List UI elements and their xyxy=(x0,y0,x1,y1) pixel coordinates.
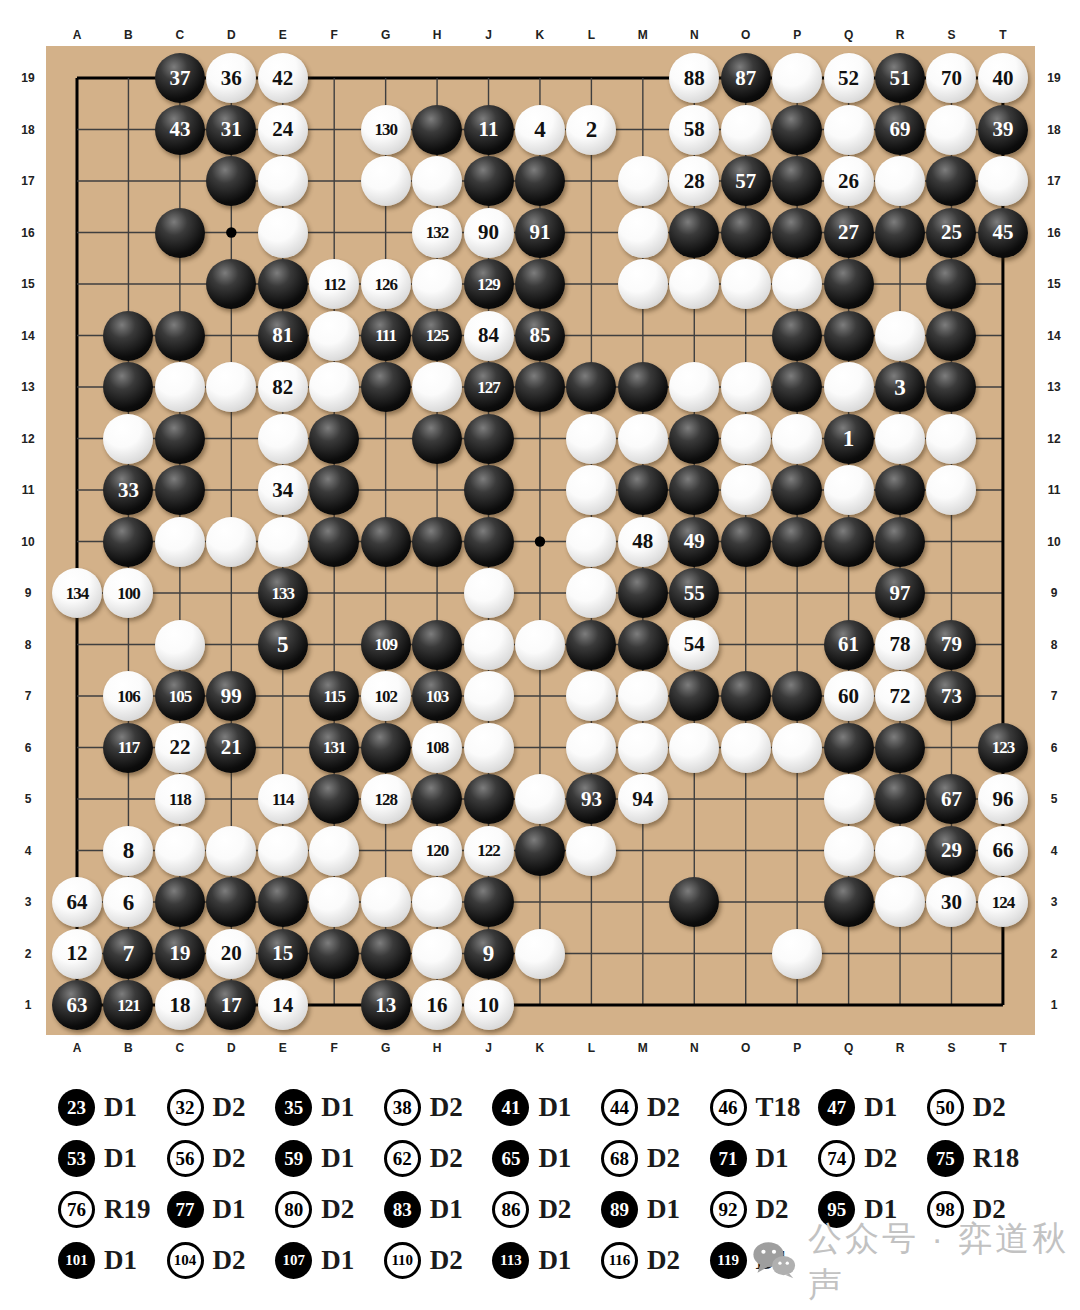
stone-O6 xyxy=(721,723,771,773)
move-number: 93 xyxy=(581,789,602,810)
move-number: 63 xyxy=(67,995,88,1016)
move-number: 120 xyxy=(426,842,449,859)
row-label-right-17: 17 xyxy=(1047,174,1060,188)
move-number: 118 xyxy=(169,791,191,808)
stone-E3 xyxy=(258,877,308,927)
move-number: 79 xyxy=(941,634,962,655)
row-label-left-1: 1 xyxy=(25,998,32,1012)
stone-R8: 78 xyxy=(875,620,925,670)
stone-E18: 24 xyxy=(258,105,308,155)
stone-O19: 87 xyxy=(721,53,771,103)
caption-entry-move-47: 47D1 xyxy=(818,1089,927,1126)
move-number: 61 xyxy=(838,634,859,655)
stone-P7 xyxy=(772,671,822,721)
stone-C6: 22 xyxy=(155,723,205,773)
stone-N7 xyxy=(669,671,719,721)
black-stone-glyph: 113 xyxy=(492,1242,529,1279)
caption-point-label: D1 xyxy=(104,1245,137,1276)
caption-entry-move-74: 74D2 xyxy=(818,1140,927,1177)
move-number: 60 xyxy=(838,686,859,707)
stone-F7: 115 xyxy=(309,671,359,721)
caption-point-label: D1 xyxy=(321,1092,354,1123)
stone-D7: 99 xyxy=(206,671,256,721)
col-label-top-J: J xyxy=(485,28,492,42)
move-number: 11 xyxy=(479,119,499,140)
stone-O15 xyxy=(721,259,771,309)
row-label-right-3: 3 xyxy=(1051,895,1058,909)
col-label-top-S: S xyxy=(947,28,955,42)
black-stone-glyph: 41 xyxy=(492,1089,529,1126)
caption-point-label: D2 xyxy=(213,1143,246,1174)
stone-E5: 114 xyxy=(258,774,308,824)
move-number: 115 xyxy=(323,688,345,705)
move-number: 114 xyxy=(272,791,294,808)
col-label-bottom-M: M xyxy=(638,1041,648,1055)
stone-J18: 11 xyxy=(464,105,514,155)
move-number: 39 xyxy=(992,119,1013,140)
col-label-top-D: D xyxy=(227,28,236,42)
move-number: 17 xyxy=(221,995,242,1016)
stone-N15 xyxy=(669,259,719,309)
stone-L4 xyxy=(566,826,616,876)
stone-A1: 63 xyxy=(52,980,102,1030)
stone-M13 xyxy=(618,362,668,412)
stone-J11 xyxy=(464,465,514,515)
stone-L12 xyxy=(566,414,616,464)
white-stone-glyph: 110 xyxy=(384,1242,421,1279)
white-stone-glyph: 56 xyxy=(167,1140,204,1177)
col-label-bottom-A: A xyxy=(73,1041,82,1055)
stone-B4: 8 xyxy=(103,826,153,876)
stone-J7 xyxy=(464,671,514,721)
stone-T3: 124 xyxy=(978,877,1028,927)
stone-B2: 7 xyxy=(103,929,153,979)
caption-point-label: D2 xyxy=(538,1194,571,1225)
col-label-bottom-L: L xyxy=(588,1041,595,1055)
col-label-top-B: B xyxy=(124,28,133,42)
col-label-top-A: A xyxy=(73,28,82,42)
stone-J6 xyxy=(464,723,514,773)
stone-P16 xyxy=(772,208,822,258)
stone-E16 xyxy=(258,208,308,258)
stone-E1: 14 xyxy=(258,980,308,1030)
stone-R10 xyxy=(875,517,925,567)
row-label-right-13: 13 xyxy=(1047,380,1060,394)
caption-entry-move-65: 65D1 xyxy=(492,1140,601,1177)
move-number: 52 xyxy=(838,68,859,89)
stone-O16 xyxy=(721,208,771,258)
stone-D3 xyxy=(206,877,256,927)
row-label-right-15: 15 xyxy=(1047,277,1060,291)
stone-K4 xyxy=(515,826,565,876)
stone-Q4 xyxy=(824,826,874,876)
move-number: 96 xyxy=(992,789,1013,810)
stone-D4 xyxy=(206,826,256,876)
stone-J2: 9 xyxy=(464,929,514,979)
move-number: 73 xyxy=(941,686,962,707)
move-number: 134 xyxy=(66,585,89,602)
stone-P6 xyxy=(772,723,822,773)
col-label-bottom-N: N xyxy=(690,1041,699,1055)
move-number: 121 xyxy=(117,997,140,1014)
caption-entry-move-62: 62D2 xyxy=(384,1140,493,1177)
move-number: 25 xyxy=(941,222,962,243)
col-label-bottom-T: T xyxy=(999,1041,1006,1055)
move-number: 94 xyxy=(632,789,653,810)
stone-B14 xyxy=(103,311,153,361)
black-stone-glyph: 59 xyxy=(275,1140,312,1177)
stone-E12 xyxy=(258,414,308,464)
caption-point-label: D1 xyxy=(104,1092,137,1123)
stone-G7: 102 xyxy=(361,671,411,721)
white-stone-glyph: 38 xyxy=(384,1089,421,1126)
caption-point-label: D2 xyxy=(430,1245,463,1276)
stone-T4: 66 xyxy=(978,826,1028,876)
stone-P19 xyxy=(772,53,822,103)
stone-D18: 31 xyxy=(206,105,256,155)
white-stone-glyph: 46 xyxy=(710,1089,747,1126)
col-label-top-L: L xyxy=(588,28,595,42)
caption-point-label: D2 xyxy=(647,1143,680,1174)
stone-M16 xyxy=(618,208,668,258)
caption-point-label: D1 xyxy=(647,1194,680,1225)
col-label-bottom-F: F xyxy=(331,1041,338,1055)
row-label-left-18: 18 xyxy=(21,123,34,137)
col-label-bottom-J: J xyxy=(485,1041,492,1055)
stone-C2: 19 xyxy=(155,929,205,979)
stone-H5 xyxy=(412,774,462,824)
row-label-left-9: 9 xyxy=(25,586,32,600)
move-number: 133 xyxy=(272,585,295,602)
stone-H15 xyxy=(412,259,462,309)
stone-K18: 4 xyxy=(515,105,565,155)
black-stone-glyph: 75 xyxy=(927,1140,964,1177)
stone-N18: 58 xyxy=(669,105,719,155)
watermark-text: 公众号 · 弈道秋声 xyxy=(808,1216,1080,1308)
move-number: 12 xyxy=(67,943,88,964)
star-point xyxy=(535,536,545,546)
move-number: 30 xyxy=(941,892,962,913)
stone-E9: 133 xyxy=(258,568,308,618)
move-number: 99 xyxy=(221,686,242,707)
stone-H17 xyxy=(412,156,462,206)
caption-entry-move-44: 44D2 xyxy=(601,1089,710,1126)
move-number: 126 xyxy=(374,276,397,293)
move-number: 88 xyxy=(684,68,705,89)
stone-S12 xyxy=(926,414,976,464)
stone-F6: 131 xyxy=(309,723,359,773)
stone-J16: 90 xyxy=(464,208,514,258)
row-label-right-8: 8 xyxy=(1051,638,1058,652)
stone-D13 xyxy=(206,362,256,412)
caption-entry-move-89: 89D1 xyxy=(601,1191,710,1228)
row-label-right-12: 12 xyxy=(1047,432,1060,446)
stone-P10 xyxy=(772,517,822,567)
stone-E10 xyxy=(258,517,308,567)
caption-entry-move-92: 92D2 xyxy=(710,1191,819,1228)
move-number: 131 xyxy=(323,739,346,756)
stone-K16: 91 xyxy=(515,208,565,258)
stone-C7: 105 xyxy=(155,671,205,721)
move-number: 103 xyxy=(426,688,449,705)
stone-H13 xyxy=(412,362,462,412)
stone-Q14 xyxy=(824,311,874,361)
stone-G3 xyxy=(361,877,411,927)
stone-F10 xyxy=(309,517,359,567)
stone-C1: 18 xyxy=(155,980,205,1030)
stone-N8: 54 xyxy=(669,620,719,670)
stone-J12 xyxy=(464,414,514,464)
stone-D1: 17 xyxy=(206,980,256,1030)
stone-J14: 84 xyxy=(464,311,514,361)
caption-entry-move-83: 83D1 xyxy=(384,1191,493,1228)
caption-entry-move-110: 110D2 xyxy=(384,1242,493,1279)
stone-N10: 49 xyxy=(669,517,719,567)
caption-point-label: D2 xyxy=(973,1092,1006,1123)
col-label-bottom-R: R xyxy=(896,1041,905,1055)
stone-R11 xyxy=(875,465,925,515)
stone-E19: 42 xyxy=(258,53,308,103)
stone-M12 xyxy=(618,414,668,464)
stone-B6: 117 xyxy=(103,723,153,773)
stone-Q15 xyxy=(824,259,874,309)
stone-C12 xyxy=(155,414,205,464)
caption-entry-move-50: 50D2 xyxy=(927,1089,1036,1126)
caption-point-label: D2 xyxy=(213,1092,246,1123)
caption-point-label: D1 xyxy=(104,1143,137,1174)
move-number: 26 xyxy=(838,171,859,192)
stone-P13 xyxy=(772,362,822,412)
stone-R19: 51 xyxy=(875,53,925,103)
move-number: 82 xyxy=(272,377,293,398)
black-stone-glyph: 77 xyxy=(167,1191,204,1228)
star-point xyxy=(226,227,236,237)
move-number: 18 xyxy=(169,995,190,1016)
stone-O10 xyxy=(721,517,771,567)
white-stone-glyph: 32 xyxy=(167,1089,204,1126)
col-label-bottom-O: O xyxy=(741,1041,750,1055)
stone-E11: 34 xyxy=(258,465,308,515)
stone-B10 xyxy=(103,517,153,567)
stone-D6: 21 xyxy=(206,723,256,773)
stone-T17 xyxy=(978,156,1028,206)
col-label-bottom-D: D xyxy=(227,1041,236,1055)
move-number: 27 xyxy=(838,222,859,243)
move-number: 15 xyxy=(272,943,293,964)
move-number: 51 xyxy=(890,68,911,89)
stone-P18 xyxy=(772,105,822,155)
stone-K15 xyxy=(515,259,565,309)
black-stone-glyph: 47 xyxy=(818,1089,855,1126)
stone-N19: 88 xyxy=(669,53,719,103)
caption-point-label: D1 xyxy=(538,1092,571,1123)
stone-J13: 127 xyxy=(464,362,514,412)
move-number: 43 xyxy=(169,119,190,140)
move-number: 123 xyxy=(992,739,1015,756)
caption-entry-move-53: 53D1 xyxy=(58,1140,167,1177)
row-label-left-11: 11 xyxy=(22,483,35,497)
stone-P17 xyxy=(772,156,822,206)
stone-T16: 45 xyxy=(978,208,1028,258)
wechat-icon xyxy=(752,1240,796,1284)
move-number: 45 xyxy=(992,222,1013,243)
stone-H8 xyxy=(412,620,462,670)
col-label-top-K: K xyxy=(536,28,545,42)
stone-D17 xyxy=(206,156,256,206)
col-label-top-G: G xyxy=(381,28,390,42)
stone-E17 xyxy=(258,156,308,206)
stone-Q13 xyxy=(824,362,874,412)
move-number: 111 xyxy=(375,327,396,344)
stone-R18: 69 xyxy=(875,105,925,155)
stone-E4 xyxy=(258,826,308,876)
stone-H3 xyxy=(412,877,462,927)
row-label-right-14: 14 xyxy=(1047,329,1060,343)
stone-P14 xyxy=(772,311,822,361)
stone-J17 xyxy=(464,156,514,206)
stone-G6 xyxy=(361,723,411,773)
col-label-bottom-B: B xyxy=(124,1041,133,1055)
stone-F13 xyxy=(309,362,359,412)
move-number: 40 xyxy=(992,68,1013,89)
stone-O11 xyxy=(721,465,771,515)
move-number: 14 xyxy=(272,995,293,1016)
stone-J5 xyxy=(464,774,514,824)
go-board: 3736428887525170404331241301142586939285… xyxy=(46,46,1035,1035)
stone-R3 xyxy=(875,877,925,927)
stone-M5: 94 xyxy=(618,774,668,824)
stone-D19: 36 xyxy=(206,53,256,103)
black-stone-glyph: 119 xyxy=(710,1242,747,1279)
stone-F12 xyxy=(309,414,359,464)
stone-Q16: 27 xyxy=(824,208,874,258)
move-number: 6 xyxy=(123,891,135,914)
stone-F11 xyxy=(309,465,359,515)
move-number: 33 xyxy=(118,480,139,501)
stone-C14 xyxy=(155,311,205,361)
stone-P15 xyxy=(772,259,822,309)
caption-entry-move-113: 113D1 xyxy=(492,1242,601,1279)
stone-A9: 134 xyxy=(52,568,102,618)
move-number: 124 xyxy=(992,894,1015,911)
stone-K13 xyxy=(515,362,565,412)
row-label-left-8: 8 xyxy=(25,638,32,652)
stone-H14: 125 xyxy=(412,311,462,361)
stone-M8 xyxy=(618,620,668,670)
stone-G2 xyxy=(361,929,411,979)
col-label-top-P: P xyxy=(793,28,801,42)
move-number: 67 xyxy=(941,789,962,810)
caption-entry-move-101: 101D1 xyxy=(58,1242,167,1279)
stone-J8 xyxy=(464,620,514,670)
col-label-top-T: T xyxy=(999,28,1006,42)
caption-entry-move-56: 56D2 xyxy=(167,1140,276,1177)
stone-O13 xyxy=(721,362,771,412)
move-number: 29 xyxy=(941,840,962,861)
move-number: 90 xyxy=(478,222,499,243)
move-number: 3 xyxy=(894,376,906,399)
caption-entry-move-59: 59D1 xyxy=(275,1140,384,1177)
row-label-left-13: 13 xyxy=(21,380,34,394)
white-stone-glyph: 116 xyxy=(601,1242,638,1279)
col-label-top-M: M xyxy=(638,28,648,42)
row-label-left-14: 14 xyxy=(21,329,34,343)
move-number: 87 xyxy=(735,68,756,89)
row-label-right-7: 7 xyxy=(1051,689,1058,703)
caption-row: 23D132D235D138D241D144D246T1847D150D2 xyxy=(58,1082,1038,1133)
move-number: 125 xyxy=(426,327,449,344)
caption-entry-move-77: 77D1 xyxy=(167,1191,276,1228)
caption-entry-move-41: 41D1 xyxy=(492,1089,601,1126)
black-stone-glyph: 89 xyxy=(601,1191,638,1228)
stone-N11 xyxy=(669,465,719,515)
col-label-bottom-H: H xyxy=(433,1041,442,1055)
caption-point-label: D1 xyxy=(538,1143,571,1174)
page: 3736428887525170404331241301142586939285… xyxy=(0,0,1080,1310)
stone-Q11 xyxy=(824,465,874,515)
move-number: 102 xyxy=(374,688,397,705)
move-number: 106 xyxy=(117,688,140,705)
stone-J4: 122 xyxy=(464,826,514,876)
move-number: 66 xyxy=(992,840,1013,861)
stone-Q8: 61 xyxy=(824,620,874,670)
stone-F3 xyxy=(309,877,359,927)
caption-entry-move-68: 68D2 xyxy=(601,1140,710,1177)
stone-J1: 10 xyxy=(464,980,514,1030)
caption-entry-move-35: 35D1 xyxy=(275,1089,384,1126)
caption-point-label: R18 xyxy=(973,1143,1020,1174)
stone-N16 xyxy=(669,208,719,258)
stone-H1: 16 xyxy=(412,980,462,1030)
move-number: 84 xyxy=(478,325,499,346)
move-number: 69 xyxy=(890,119,911,140)
row-label-right-2: 2 xyxy=(1051,947,1058,961)
stone-O7 xyxy=(721,671,771,721)
stone-H7: 103 xyxy=(412,671,462,721)
stone-R6 xyxy=(875,723,925,773)
move-number: 129 xyxy=(477,276,500,293)
stone-R16 xyxy=(875,208,925,258)
stone-L8 xyxy=(566,620,616,670)
caption-point-label: D1 xyxy=(321,1245,354,1276)
white-stone-glyph: 76 xyxy=(58,1191,95,1228)
col-label-bottom-E: E xyxy=(279,1041,287,1055)
white-stone-glyph: 62 xyxy=(384,1140,421,1177)
row-label-left-6: 6 xyxy=(25,741,32,755)
stone-K14: 85 xyxy=(515,311,565,361)
move-number: 78 xyxy=(890,634,911,655)
stone-K2 xyxy=(515,929,565,979)
stone-P2 xyxy=(772,929,822,979)
row-label-right-10: 10 xyxy=(1047,535,1060,549)
move-number: 91 xyxy=(529,222,550,243)
stone-E2: 15 xyxy=(258,929,308,979)
stone-Q5 xyxy=(824,774,874,824)
stone-G13 xyxy=(361,362,411,412)
stone-S14 xyxy=(926,311,976,361)
move-number: 13 xyxy=(375,995,396,1016)
move-number: 21 xyxy=(221,737,242,758)
move-number: 100 xyxy=(117,585,140,602)
move-number: 112 xyxy=(323,276,345,293)
stone-O17: 57 xyxy=(721,156,771,206)
stone-C3 xyxy=(155,877,205,927)
stone-J10 xyxy=(464,517,514,567)
caption-point-label: D2 xyxy=(213,1245,246,1276)
caption-entry-move-104: 104D2 xyxy=(167,1242,276,1279)
move-number: 48 xyxy=(632,531,653,552)
stone-T18: 39 xyxy=(978,105,1028,155)
